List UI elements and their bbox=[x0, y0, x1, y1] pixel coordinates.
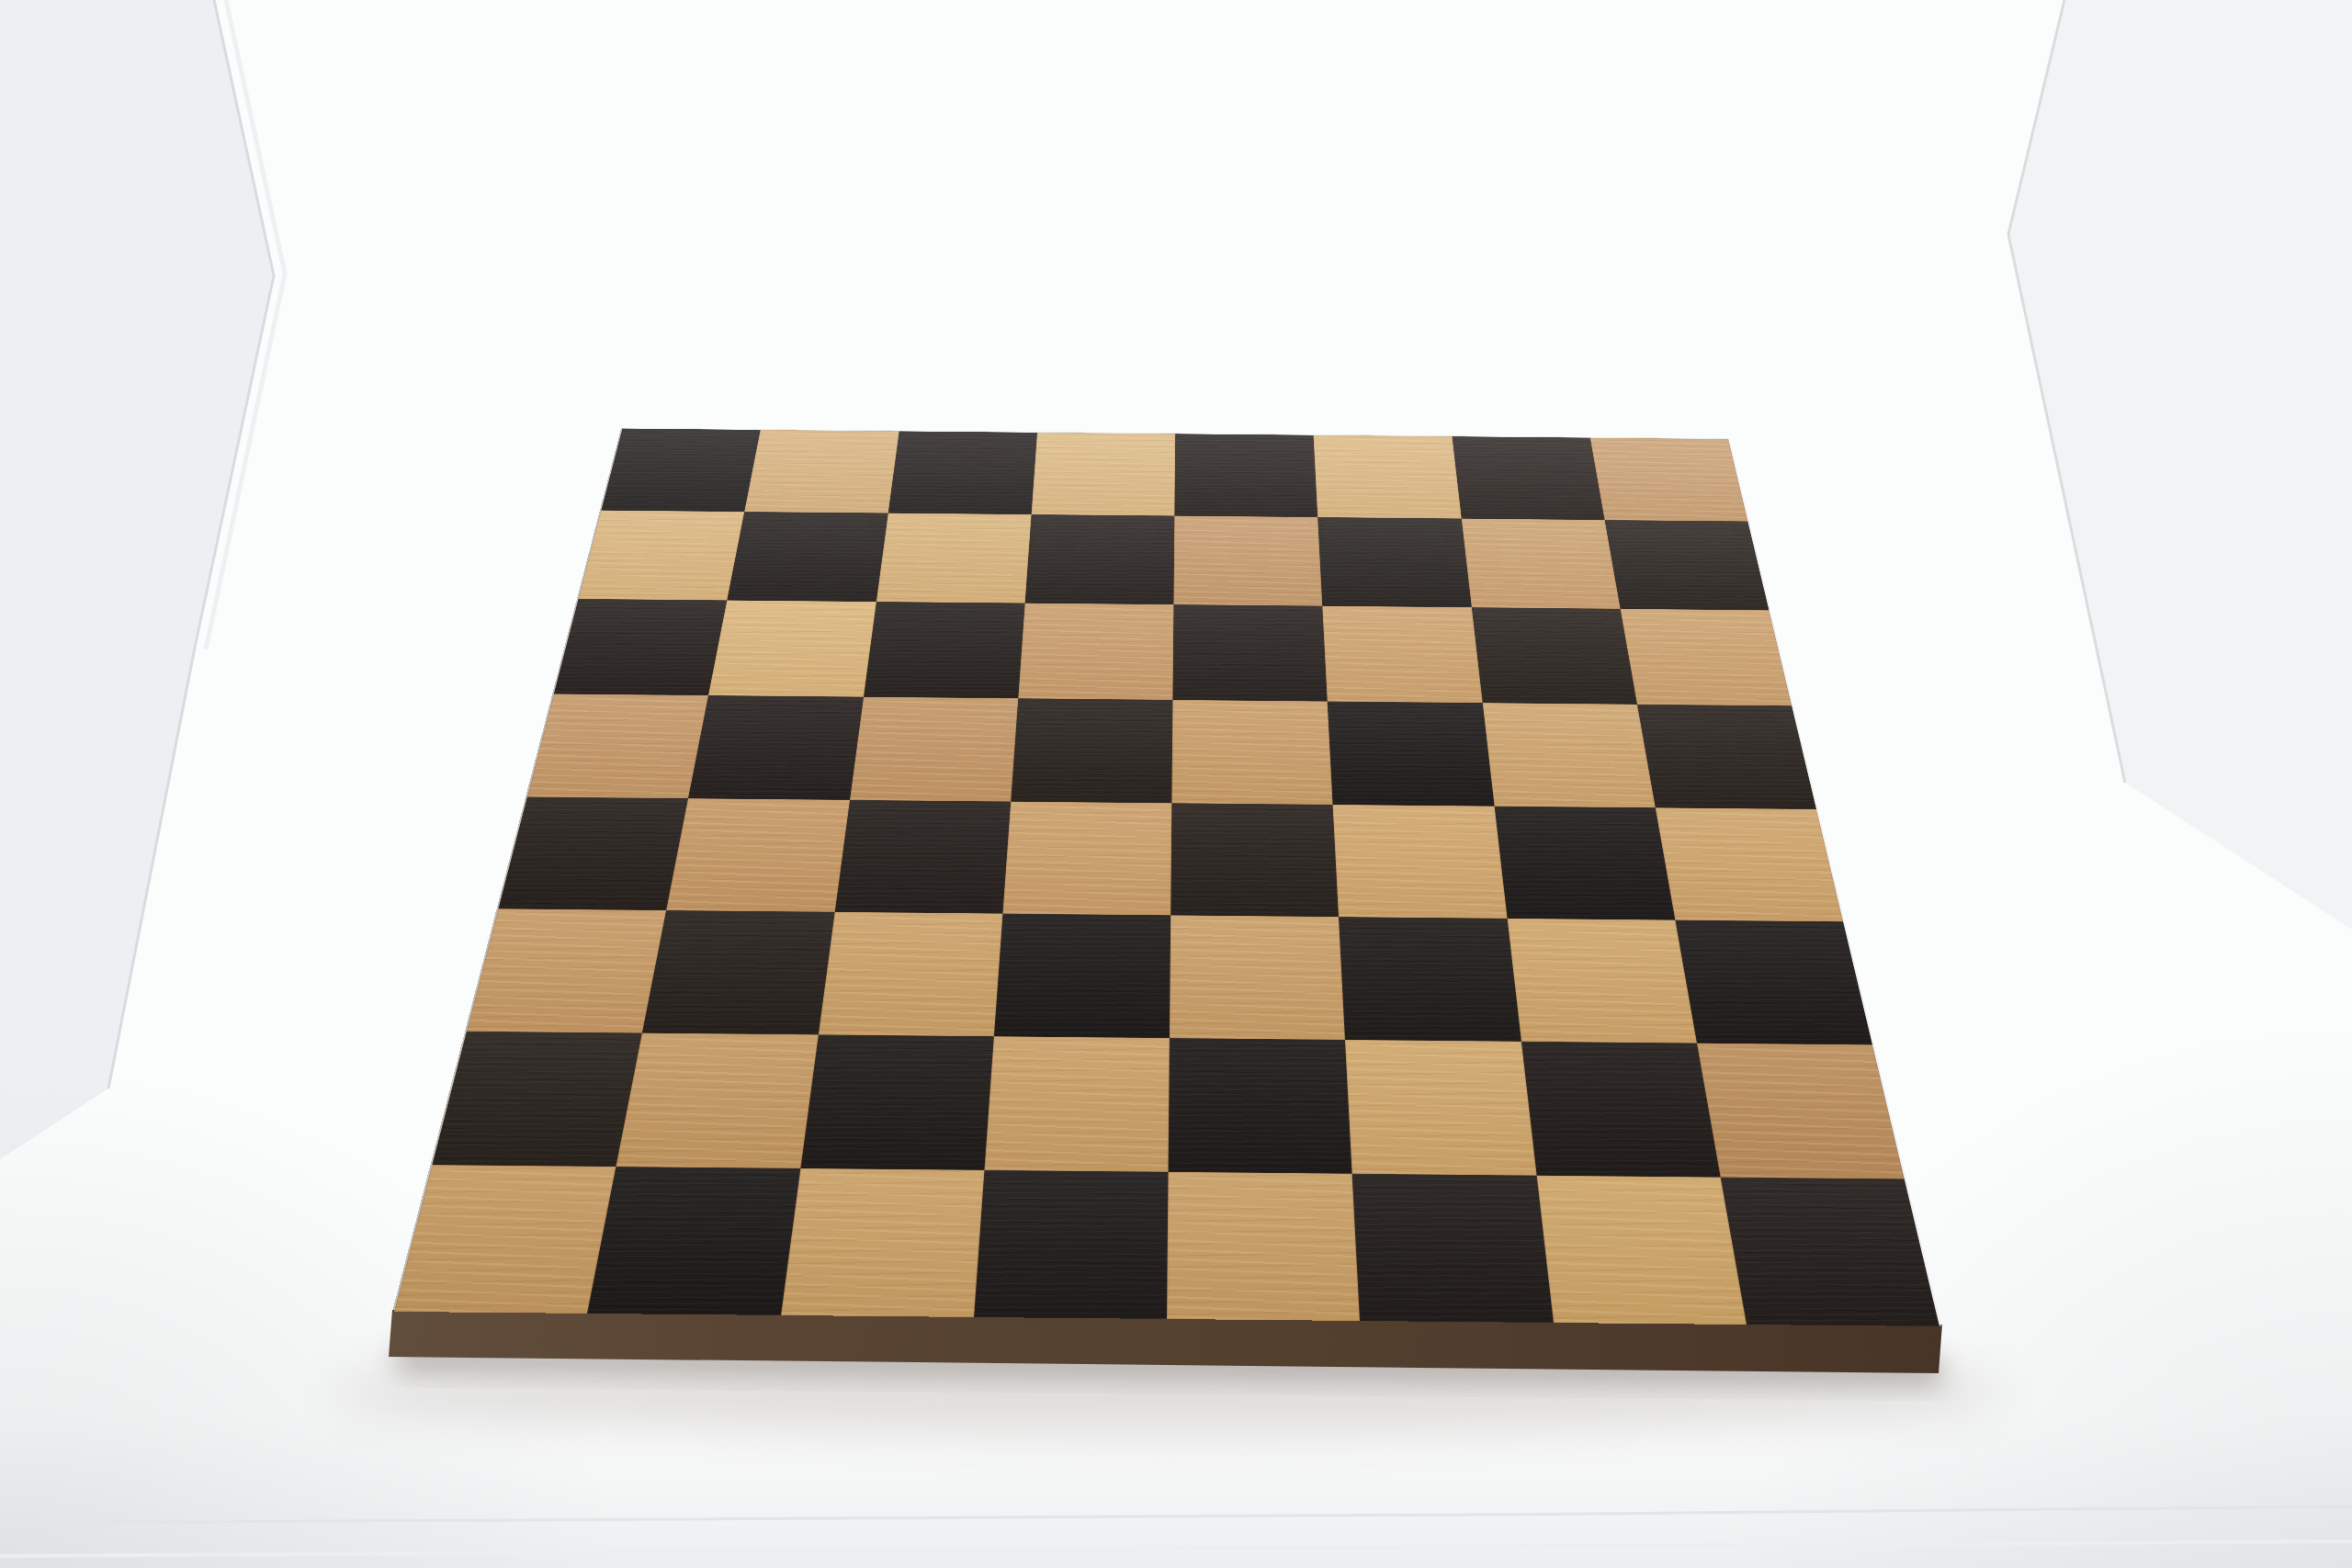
square-r4c4-dark bbox=[1011, 698, 1172, 803]
square-r7c1-dark bbox=[432, 1031, 642, 1166]
square-r4c6-dark bbox=[1328, 701, 1494, 806]
square-r7c8-light bbox=[1697, 1043, 1905, 1179]
square-r3c6-light bbox=[1322, 605, 1482, 703]
square-r1c6-light bbox=[1314, 435, 1462, 519]
square-r8c2-dark bbox=[587, 1167, 800, 1315]
square-r5c3-dark bbox=[834, 800, 1011, 914]
square-r1c7-dark bbox=[1452, 436, 1604, 520]
square-r2c2-dark bbox=[728, 512, 888, 602]
square-r6c7-light bbox=[1507, 919, 1696, 1043]
square-r5c7-dark bbox=[1494, 807, 1675, 920]
square-r7c3-dark bbox=[800, 1034, 994, 1170]
square-r2c8-dark bbox=[1604, 520, 1769, 610]
square-r6c6-dark bbox=[1339, 917, 1521, 1041]
square-r1c4-light bbox=[1031, 433, 1175, 516]
square-r6c1-light bbox=[467, 908, 666, 1032]
square-r2c4-dark bbox=[1024, 514, 1174, 604]
square-r8c1-light bbox=[394, 1165, 616, 1314]
square-r8c5-light bbox=[1167, 1172, 1360, 1321]
square-r6c8-dark bbox=[1675, 920, 1872, 1044]
square-r8c4-dark bbox=[974, 1170, 1169, 1319]
square-r3c3-dark bbox=[864, 602, 1025, 698]
square-r6c2-dark bbox=[642, 910, 834, 1034]
square-r8c8-dark bbox=[1720, 1177, 1939, 1326]
square-r5c8-light bbox=[1656, 807, 1844, 921]
square-r6c3-light bbox=[818, 912, 1002, 1036]
square-r7c7-dark bbox=[1521, 1041, 1720, 1177]
square-r4c3-light bbox=[850, 697, 1018, 802]
studio-scene bbox=[0, 0, 2352, 1568]
square-r1c3-dark bbox=[888, 431, 1036, 514]
square-r2c6-dark bbox=[1317, 517, 1471, 607]
square-r8c7-light bbox=[1536, 1175, 1747, 1325]
square-r3c5-dark bbox=[1172, 604, 1327, 702]
square-r7c4-light bbox=[984, 1036, 1170, 1172]
square-r3c1-dark bbox=[554, 599, 728, 695]
square-r5c2-light bbox=[666, 798, 849, 912]
square-r7c5-dark bbox=[1169, 1038, 1352, 1174]
square-r4c2-dark bbox=[688, 695, 863, 800]
square-r2c5-light bbox=[1173, 516, 1322, 606]
square-r1c5-dark bbox=[1174, 434, 1317, 517]
square-r4c7-light bbox=[1482, 703, 1655, 807]
square-r2c3-light bbox=[876, 513, 1032, 604]
square-r5c4-light bbox=[1002, 802, 1171, 916]
square-r3c2-light bbox=[708, 600, 876, 696]
square-r7c2-light bbox=[616, 1032, 819, 1168]
square-r7c6-light bbox=[1345, 1040, 1536, 1176]
square-r4c1-light bbox=[527, 694, 708, 798]
square-r6c5-light bbox=[1170, 916, 1345, 1040]
chessboard bbox=[0, 0, 2352, 1568]
square-r3c4-light bbox=[1018, 603, 1173, 699]
square-r5c5-dark bbox=[1170, 803, 1339, 917]
square-r1c1-dark bbox=[601, 429, 761, 513]
square-r2c7-light bbox=[1461, 519, 1620, 609]
square-r5c1-dark bbox=[498, 797, 688, 911]
square-r3c7-dark bbox=[1471, 607, 1636, 705]
board-grid bbox=[392, 428, 1941, 1326]
square-r3c8-light bbox=[1620, 609, 1792, 706]
square-r5c6-light bbox=[1333, 805, 1507, 919]
square-r8c3-light bbox=[781, 1168, 985, 1317]
square-r8c6-dark bbox=[1352, 1174, 1554, 1323]
square-r1c2-light bbox=[744, 430, 899, 513]
square-r6c4-dark bbox=[994, 914, 1171, 1038]
square-r4c5-light bbox=[1171, 700, 1332, 805]
square-r4c8-dark bbox=[1637, 705, 1816, 809]
square-r1c8-light bbox=[1590, 438, 1748, 522]
square-r2c1-light bbox=[579, 511, 745, 601]
